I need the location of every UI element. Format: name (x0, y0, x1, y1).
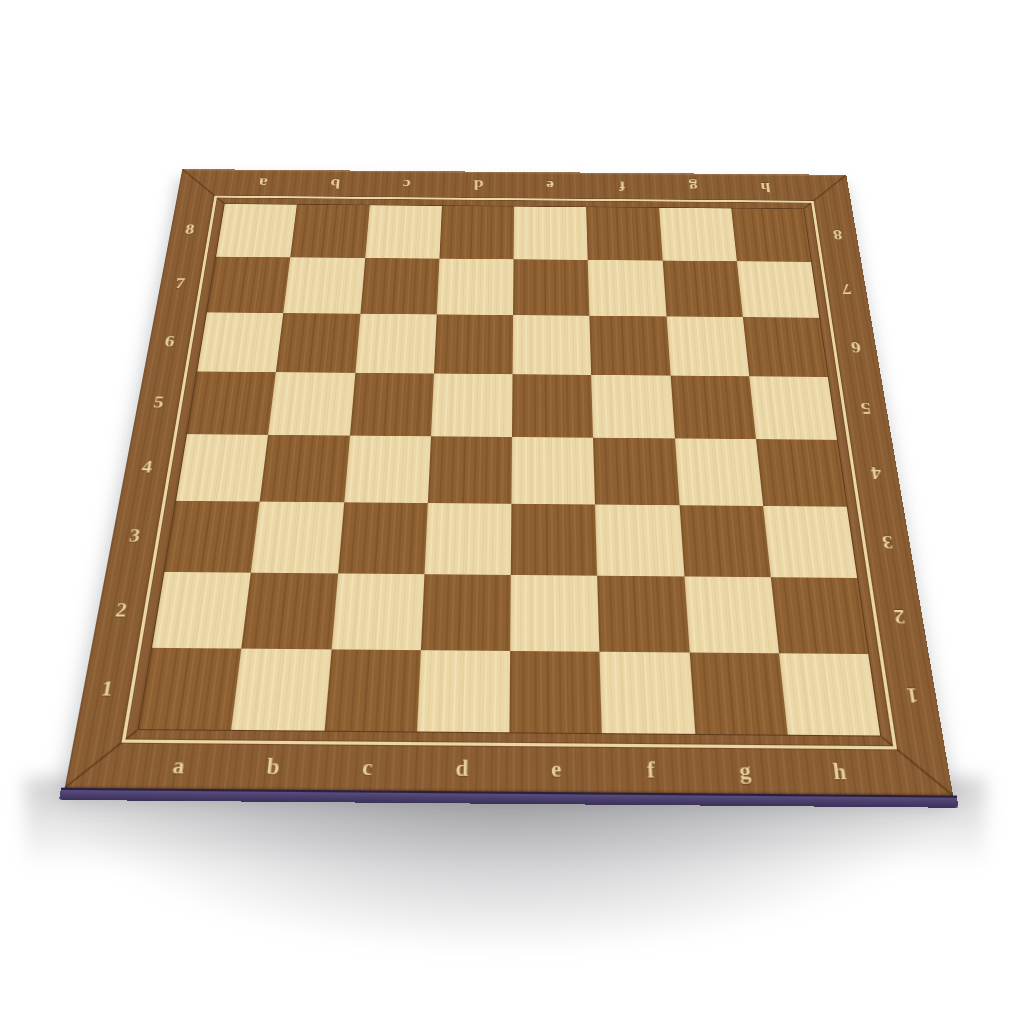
square-g1[interactable] (689, 653, 787, 735)
coordinate-label-7: 7 (823, 261, 871, 317)
square-b4[interactable] (260, 435, 350, 502)
square-a2[interactable] (152, 572, 251, 649)
square-e4[interactable] (511, 437, 595, 505)
coordinate-label-f: f (603, 747, 700, 793)
square-h4[interactable] (756, 439, 847, 507)
square-g8[interactable] (659, 208, 737, 261)
square-f1[interactable] (600, 652, 695, 734)
coordinate-label-d: d (414, 745, 510, 791)
square-d7[interactable] (437, 259, 514, 315)
square-g6[interactable] (666, 316, 749, 376)
square-c4[interactable] (344, 436, 431, 503)
square-c1[interactable] (324, 649, 421, 731)
square-c6[interactable] (355, 314, 437, 374)
square-e7[interactable] (513, 259, 590, 315)
square-d4[interactable] (428, 436, 512, 503)
square-e6[interactable] (513, 315, 592, 375)
chessboard: abcdefgh abcdefgh 87654321 87654321 (65, 169, 953, 795)
square-c8[interactable] (365, 205, 442, 258)
square-e5[interactable] (512, 374, 593, 437)
square-b8[interactable] (290, 205, 369, 258)
square-b5[interactable] (268, 372, 355, 435)
coordinate-label-f: f (586, 173, 659, 200)
coordinate-label-e: e (514, 172, 586, 199)
square-d5[interactable] (431, 374, 513, 437)
square-e1[interactable] (509, 651, 602, 733)
square-b1[interactable] (231, 649, 331, 731)
product-photo-stage: abcdefgh abcdefgh 87654321 87654321 (0, 0, 1024, 1019)
square-a7[interactable] (207, 257, 290, 313)
square-a1[interactable] (139, 648, 242, 730)
coordinate-label-e: e (509, 746, 604, 792)
square-h3[interactable] (763, 506, 857, 578)
square-b3[interactable] (251, 502, 344, 574)
square-f6[interactable] (590, 316, 671, 376)
coordinate-label-4: 4 (850, 440, 904, 507)
square-a4[interactable] (176, 434, 268, 501)
square-a5[interactable] (187, 371, 276, 434)
square-c5[interactable] (350, 373, 434, 436)
square-g5[interactable] (670, 376, 756, 440)
square-b2[interactable] (242, 573, 338, 650)
square-h7[interactable] (737, 261, 820, 318)
coordinate-label-8: 8 (815, 209, 861, 262)
square-f5[interactable] (591, 375, 674, 439)
square-h2[interactable] (771, 577, 869, 654)
square-e2[interactable] (510, 575, 600, 652)
square-h6[interactable] (743, 317, 828, 377)
floor-shadow (25, 778, 985, 1016)
square-f4[interactable] (593, 438, 679, 506)
square-c7[interactable] (360, 258, 439, 314)
square-d8[interactable] (439, 206, 514, 259)
coordinate-label-h: h (790, 749, 890, 795)
square-h5[interactable] (749, 376, 837, 440)
square-h8[interactable] (731, 208, 811, 261)
square-e3[interactable] (511, 504, 598, 576)
square-f3[interactable] (595, 505, 684, 577)
board-frame: abcdefgh abcdefgh 87654321 87654321 (65, 169, 953, 795)
square-d2[interactable] (421, 574, 511, 651)
coordinates-bottom: abcdefgh (128, 743, 890, 795)
coordinate-label-6: 6 (831, 317, 881, 377)
coordinate-label-c: c (370, 171, 443, 198)
coordinate-label-g: g (657, 173, 731, 200)
coordinate-label-c: c (318, 744, 415, 790)
square-e8[interactable] (514, 207, 588, 260)
square-a3[interactable] (164, 501, 259, 573)
board-grid (137, 203, 881, 736)
square-d1[interactable] (417, 650, 510, 732)
coordinate-label-5: 5 (840, 377, 892, 440)
coordinate-label-3: 3 (860, 507, 916, 579)
square-f2[interactable] (597, 576, 689, 653)
coordinate-label-g: g (696, 748, 794, 794)
square-b7[interactable] (283, 257, 364, 313)
coordinate-label-a: a (128, 743, 229, 789)
square-d6[interactable] (434, 314, 513, 374)
square-g2[interactable] (684, 576, 779, 653)
square-f8[interactable] (586, 207, 662, 260)
square-g4[interactable] (674, 438, 762, 506)
coordinate-label-h: h (728, 174, 803, 201)
square-f7[interactable] (588, 260, 666, 316)
square-h1[interactable] (779, 653, 880, 735)
square-b6[interactable] (276, 313, 360, 373)
coordinate-label-a: a (225, 169, 301, 196)
coordinate-label-b: b (223, 744, 322, 790)
square-d3[interactable] (424, 503, 511, 575)
coordinate-label-b: b (297, 170, 371, 197)
square-g7[interactable] (662, 261, 742, 318)
square-c2[interactable] (331, 573, 424, 650)
coordinates-top: abcdefgh (225, 169, 803, 200)
square-a6[interactable] (197, 312, 283, 372)
coordinate-label-d: d (442, 171, 514, 198)
square-g3[interactable] (679, 505, 770, 577)
square-a8[interactable] (216, 204, 297, 257)
square-c3[interactable] (338, 502, 428, 574)
